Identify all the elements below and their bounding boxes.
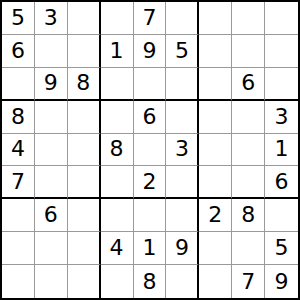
sudoku-cell-given: 9 <box>265 265 298 298</box>
sudoku-cell-given: 8 <box>134 265 167 298</box>
sudoku-cell-empty[interactable] <box>265 68 298 101</box>
sudoku-cell-empty[interactable] <box>166 265 199 298</box>
sudoku-cell-empty[interactable] <box>232 35 265 68</box>
sudoku-cell-given: 8 <box>101 134 134 167</box>
sudoku-cell-given: 2 <box>134 166 167 199</box>
sudoku-cell-empty[interactable] <box>68 101 101 134</box>
sudoku-cell-empty[interactable] <box>35 35 68 68</box>
sudoku-cell-given: 6 <box>35 199 68 232</box>
sudoku-cell-empty[interactable] <box>199 166 232 199</box>
sudoku-cell-given: 6 <box>2 35 35 68</box>
sudoku-cell-empty[interactable] <box>199 265 232 298</box>
sudoku-cell-empty[interactable] <box>232 134 265 167</box>
sudoku-cell-empty[interactable] <box>101 68 134 101</box>
sudoku-cell-given: 7 <box>134 2 167 35</box>
sudoku-cell-empty[interactable] <box>232 2 265 35</box>
sudoku-cell-empty[interactable] <box>199 134 232 167</box>
sudoku-cell-empty[interactable] <box>199 2 232 35</box>
sudoku-cell-given: 3 <box>35 2 68 35</box>
sudoku-cell-empty[interactable] <box>265 2 298 35</box>
sudoku-cell-empty[interactable] <box>232 166 265 199</box>
sudoku-cell-given: 3 <box>265 101 298 134</box>
sudoku-cell-empty[interactable] <box>35 265 68 298</box>
sudoku-cell-given: 8 <box>2 101 35 134</box>
sudoku-cell-given: 9 <box>35 68 68 101</box>
sudoku-cell-empty[interactable] <box>35 166 68 199</box>
sudoku-cell-empty[interactable] <box>101 101 134 134</box>
sudoku-cell-empty[interactable] <box>134 68 167 101</box>
sudoku-cell-empty[interactable] <box>232 232 265 265</box>
sudoku-cell-empty[interactable] <box>101 265 134 298</box>
sudoku-cell-given: 6 <box>265 166 298 199</box>
sudoku-cell-empty[interactable] <box>68 2 101 35</box>
sudoku-cell-given: 5 <box>265 232 298 265</box>
sudoku-cell-empty[interactable] <box>2 265 35 298</box>
sudoku-cell-empty[interactable] <box>68 166 101 199</box>
sudoku-cell-empty[interactable] <box>199 101 232 134</box>
sudoku-cell-empty[interactable] <box>101 2 134 35</box>
sudoku-cell-given: 4 <box>2 134 35 167</box>
sudoku-cell-empty[interactable] <box>199 232 232 265</box>
sudoku-cell-empty[interactable] <box>2 68 35 101</box>
sudoku-cell-given: 7 <box>232 265 265 298</box>
sudoku-cell-given: 7 <box>2 166 35 199</box>
sudoku-cell-empty[interactable] <box>166 101 199 134</box>
sudoku-cell-empty[interactable] <box>35 134 68 167</box>
sudoku-board: 537619598686348317266284195879 <box>0 0 300 300</box>
sudoku-cell-given: 5 <box>166 35 199 68</box>
sudoku-cell-given: 2 <box>199 199 232 232</box>
sudoku-cell-given: 9 <box>134 35 167 68</box>
sudoku-cell-empty[interactable] <box>2 199 35 232</box>
sudoku-cell-given: 8 <box>232 199 265 232</box>
sudoku-cell-empty[interactable] <box>166 199 199 232</box>
sudoku-cell-empty[interactable] <box>68 134 101 167</box>
sudoku-cell-given: 8 <box>68 68 101 101</box>
sudoku-cell-empty[interactable] <box>35 232 68 265</box>
sudoku-cell-empty[interactable] <box>68 199 101 232</box>
sudoku-cell-empty[interactable] <box>68 232 101 265</box>
sudoku-cell-given: 5 <box>2 2 35 35</box>
sudoku-cell-empty[interactable] <box>35 101 68 134</box>
sudoku-cell-empty[interactable] <box>166 2 199 35</box>
sudoku-cell-given: 9 <box>166 232 199 265</box>
sudoku-cell-given: 6 <box>134 101 167 134</box>
sudoku-cell-empty[interactable] <box>101 166 134 199</box>
sudoku-cell-empty[interactable] <box>199 35 232 68</box>
sudoku-cell-empty[interactable] <box>166 166 199 199</box>
sudoku-cell-empty[interactable] <box>2 232 35 265</box>
sudoku-cell-empty[interactable] <box>68 35 101 68</box>
sudoku-cell-given: 4 <box>101 232 134 265</box>
sudoku-cell-empty[interactable] <box>101 199 134 232</box>
sudoku-cell-given: 1 <box>265 134 298 167</box>
sudoku-cell-empty[interactable] <box>166 68 199 101</box>
sudoku-cell-given: 3 <box>166 134 199 167</box>
sudoku-cell-empty[interactable] <box>134 134 167 167</box>
sudoku-cell-empty[interactable] <box>265 199 298 232</box>
sudoku-cell-given: 1 <box>101 35 134 68</box>
sudoku-cell-empty[interactable] <box>134 199 167 232</box>
sudoku-cell-empty[interactable] <box>232 101 265 134</box>
sudoku-cell-given: 1 <box>134 232 167 265</box>
sudoku-cell-empty[interactable] <box>199 68 232 101</box>
sudoku-cell-empty[interactable] <box>265 35 298 68</box>
sudoku-cell-empty[interactable] <box>68 265 101 298</box>
sudoku-cell-given: 6 <box>232 68 265 101</box>
